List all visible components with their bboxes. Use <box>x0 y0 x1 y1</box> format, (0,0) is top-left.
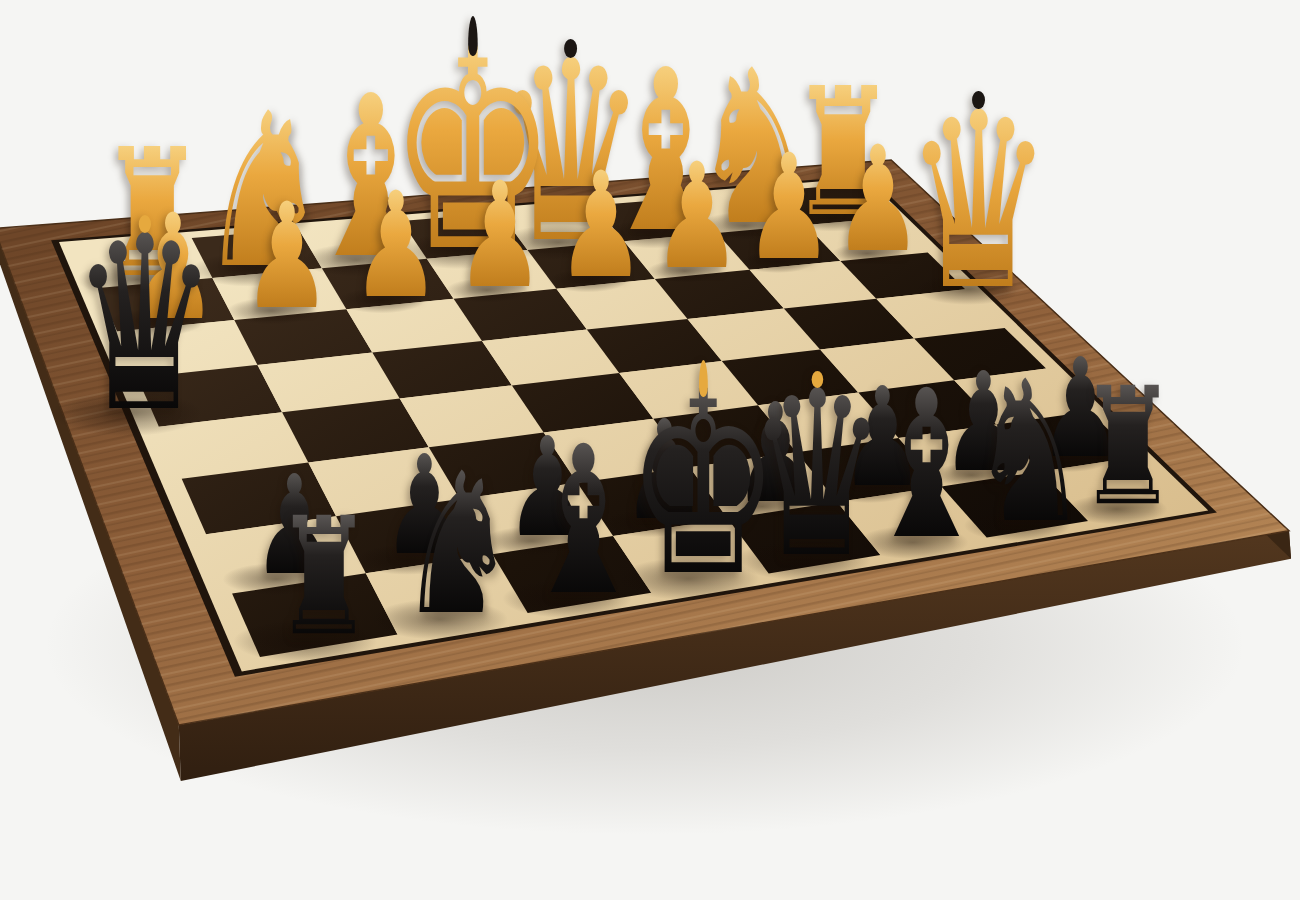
piece-shadow <box>827 478 911 503</box>
piece-shadow <box>51 391 202 436</box>
piece-shadow <box>502 579 632 618</box>
piece-shadow <box>1031 449 1108 472</box>
piece-shadow <box>698 212 791 240</box>
piece-shadow <box>338 288 424 314</box>
piece-shadow <box>832 243 902 264</box>
piece-shadow <box>857 526 969 559</box>
piece-shadow <box>617 558 759 601</box>
piece-shadow <box>77 262 196 298</box>
piece-shadow <box>356 544 458 575</box>
piece-shadow <box>226 298 316 325</box>
piece-shadow <box>741 251 814 273</box>
piece-shadow <box>548 269 627 293</box>
piece-shadow <box>788 205 877 232</box>
piece-shadow <box>192 253 306 287</box>
piece-shadow <box>916 274 1020 305</box>
piece-shadow <box>1066 494 1168 525</box>
piece-shadow <box>399 233 520 269</box>
piece-shadow <box>718 493 806 519</box>
piece-shadow <box>446 278 528 303</box>
piece-shadow <box>109 308 203 336</box>
piece-shadow <box>647 260 723 283</box>
chess-set-product-photo: ♜♞♝♛♚♝♞♜♟♟♟♟♟♟♟♟♛♛♟♟♟♟♟♟♟♟♜♞♝♛♚♝♞♜ <box>0 0 1300 900</box>
piece-shadow <box>371 599 508 640</box>
piece-shadow <box>483 526 580 555</box>
piece-shadow <box>223 563 331 595</box>
piece-shadow <box>233 620 377 663</box>
piece-shadow <box>603 509 695 537</box>
piece-shadow <box>964 509 1071 541</box>
piece-shadow <box>931 463 1011 487</box>
piece-shadow <box>302 244 411 277</box>
chessboard <box>0 0 1300 900</box>
piece-shadow <box>605 219 702 248</box>
